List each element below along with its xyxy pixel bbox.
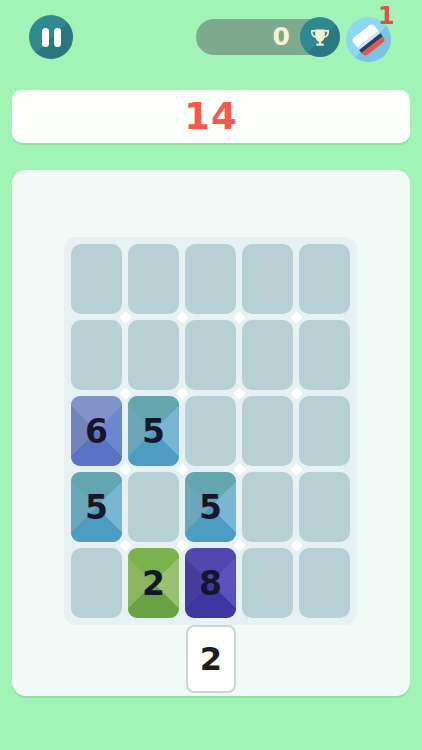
trophy-icon: [309, 26, 331, 48]
grid-cell-r0c1[interactable]: [128, 244, 179, 314]
grid-cell-r3c2[interactable]: 5: [185, 472, 236, 542]
target-number-bar: 14: [12, 90, 410, 143]
grid-cell-r2c3[interactable]: [242, 396, 293, 466]
grid-cell-r0c3[interactable]: [242, 244, 293, 314]
tile-5: 5: [185, 472, 236, 542]
sparkle-decoration: [233, 539, 246, 552]
tile-2: 2: [128, 548, 179, 618]
tile-6: 6: [71, 396, 122, 466]
tile-number: 6: [85, 412, 108, 451]
grid-cell-r3c0[interactable]: 5: [71, 472, 122, 542]
grid-cell-r3c1[interactable]: [128, 472, 179, 542]
grid-cell-r4c4[interactable]: [299, 548, 350, 618]
sparkle-decoration: [233, 387, 246, 400]
game-screen: 0 1 14 655528 2: [0, 0, 422, 750]
grid-cell-r2c4[interactable]: [299, 396, 350, 466]
sparkle-decoration: [290, 539, 303, 552]
grid-cell-r4c0[interactable]: [71, 548, 122, 618]
next-tile-value: 2: [200, 640, 222, 678]
tile-number: 2: [142, 564, 165, 603]
pause-icon: [42, 28, 49, 47]
tile-number: 5: [199, 488, 222, 527]
grid-cell-r2c0[interactable]: 6: [71, 396, 122, 466]
grid-cell-r4c2[interactable]: 8: [185, 548, 236, 618]
grid-cell-r2c1[interactable]: 5: [128, 396, 179, 466]
sparkle-decoration: [176, 539, 189, 552]
grid-cell-r1c3[interactable]: [242, 320, 293, 390]
pause-icon: [54, 28, 61, 47]
sparkle-decoration: [119, 463, 132, 476]
next-tile[interactable]: 2: [186, 625, 236, 693]
sparkle-decoration: [290, 463, 303, 476]
pause-button[interactable]: [29, 15, 73, 59]
sparkle-decoration: [176, 387, 189, 400]
score-pill: 0: [196, 19, 339, 55]
tile-5: 5: [128, 396, 179, 466]
tile-number: 5: [85, 488, 108, 527]
tile-number: 8: [199, 564, 222, 603]
grid-cell-r1c0[interactable]: [71, 320, 122, 390]
sparkle-decoration: [290, 387, 303, 400]
grid-cell-r0c4[interactable]: [299, 244, 350, 314]
score-value: 0: [273, 22, 290, 51]
tile-number: 5: [142, 412, 165, 451]
board-grid: 655528: [71, 244, 350, 618]
sparkle-decoration: [119, 387, 132, 400]
board-panel: 655528 2: [12, 170, 410, 696]
sparkle-decoration: [176, 463, 189, 476]
grid-cell-r1c2[interactable]: [185, 320, 236, 390]
grid-cell-r0c0[interactable]: [71, 244, 122, 314]
grid-cell-r1c1[interactable]: [128, 320, 179, 390]
sparkle-decoration: [233, 311, 246, 324]
sparkle-decoration: [119, 311, 132, 324]
undo-count-badge: 1: [378, 2, 395, 30]
tile-5: 5: [71, 472, 122, 542]
target-number: 14: [184, 95, 238, 138]
grid-cell-r4c3[interactable]: [242, 548, 293, 618]
grid-cell-r3c4[interactable]: [299, 472, 350, 542]
grid-cell-r0c2[interactable]: [185, 244, 236, 314]
grid-cell-r1c4[interactable]: [299, 320, 350, 390]
grid-cell-r4c1[interactable]: 2: [128, 548, 179, 618]
sparkle-decoration: [290, 311, 303, 324]
trophy-badge: [300, 17, 340, 57]
grid-cell-r3c3[interactable]: [242, 472, 293, 542]
sparkle-decoration: [233, 463, 246, 476]
grid-cell-r2c2[interactable]: [185, 396, 236, 466]
sparkle-decoration: [176, 311, 189, 324]
tile-8: 8: [185, 548, 236, 618]
sparkle-decoration: [119, 539, 132, 552]
